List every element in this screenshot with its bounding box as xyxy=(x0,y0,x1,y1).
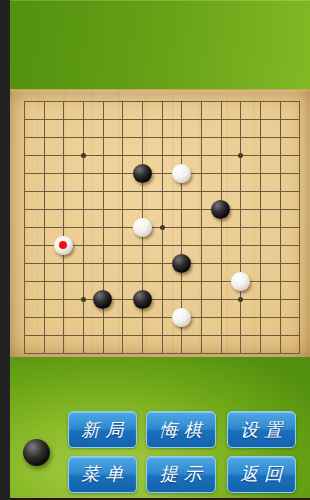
black-stone xyxy=(172,254,191,273)
black-stone xyxy=(93,290,112,309)
undo-button[interactable]: 悔棋 xyxy=(146,411,216,448)
black-stone xyxy=(211,200,230,219)
last-move-marker xyxy=(59,241,67,249)
menu-button[interactable]: 菜单 xyxy=(68,456,138,493)
white-stone xyxy=(54,236,73,255)
grid-line xyxy=(24,317,300,318)
white-stone xyxy=(133,218,152,237)
grid-line xyxy=(24,299,300,300)
top-bar xyxy=(10,0,310,90)
grid-line xyxy=(24,335,300,336)
star-point xyxy=(160,225,165,230)
turn-indicator-black-stone xyxy=(23,439,50,466)
black-stone xyxy=(133,290,152,309)
grid-line xyxy=(24,281,300,282)
grid-line xyxy=(299,101,300,354)
star-point xyxy=(81,297,86,302)
star-point xyxy=(238,153,243,158)
hint-button[interactable]: 提示 xyxy=(146,456,216,493)
white-stone xyxy=(172,164,191,183)
settings-button[interactable]: 设置 xyxy=(227,411,297,448)
grid-line xyxy=(24,263,300,264)
grid-line xyxy=(280,101,281,354)
grid-line xyxy=(24,353,300,354)
black-stone xyxy=(133,164,152,183)
back-button[interactable]: 返回 xyxy=(227,456,297,493)
app-screen: G 九游 新局 悔棋 设置 菜单 提示 返回 xyxy=(10,0,310,500)
star-point xyxy=(81,153,86,158)
white-stone xyxy=(231,272,250,291)
gomoku-board[interactable] xyxy=(10,89,310,360)
white-stone xyxy=(172,308,191,327)
new-game-button[interactable]: 新局 xyxy=(68,411,138,448)
star-point xyxy=(238,297,243,302)
